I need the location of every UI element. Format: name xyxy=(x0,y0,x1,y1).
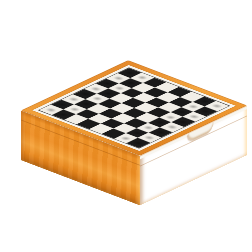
square-r7-c1[interactable]: ♟ xyxy=(52,110,76,120)
piece-glyph: ♟ xyxy=(53,94,74,117)
product-photo: ♜♟♟♜♞♟♟♞♝♟♟♝♛♟♟♛♚♟♟♚♝♟♟♝♞♟♟♞♜♟♟♜ xyxy=(0,0,252,252)
chess-box: ♜♟♟♜♞♟♟♞♝♟♟♝♛♟♟♛♚♟♟♚♝♟♟♝♞♟♟♞♜♟♟♜ xyxy=(21,60,247,155)
piece-glyph: ♜ xyxy=(125,116,151,145)
square-r7-c7[interactable]: ♜ xyxy=(127,138,151,148)
